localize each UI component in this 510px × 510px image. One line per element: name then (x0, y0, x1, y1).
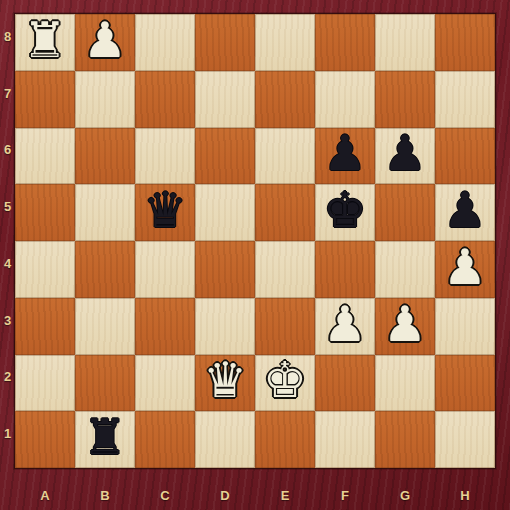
square-h1[interactable] (435, 411, 495, 468)
black-pawn[interactable]: ♟ (443, 186, 487, 235)
square-a6[interactable] (15, 128, 75, 185)
square-h7[interactable] (435, 71, 495, 128)
file-label-h: H (435, 468, 495, 510)
square-d8[interactable] (195, 14, 255, 71)
square-h6[interactable] (435, 128, 495, 185)
white-queen[interactable]: ♛ (203, 356, 247, 405)
square-g8[interactable] (375, 14, 435, 71)
square-c3[interactable] (135, 298, 195, 355)
board-frame: 8 7 6 5 4 3 2 1 ♜ ♟ ♟ ♟ (0, 0, 510, 510)
square-e7[interactable] (255, 71, 315, 128)
square-e5[interactable] (255, 184, 315, 241)
square-b3[interactable] (75, 298, 135, 355)
square-a1[interactable] (15, 411, 75, 468)
rank-label-6: 6 (0, 122, 15, 179)
square-b4[interactable] (75, 241, 135, 298)
square-f3[interactable]: ♟ (315, 298, 375, 355)
black-rook[interactable]: ♜ (83, 413, 127, 462)
square-c1[interactable] (135, 411, 195, 468)
square-d1[interactable] (195, 411, 255, 468)
square-b7[interactable] (75, 71, 135, 128)
file-label-d: D (195, 468, 255, 510)
square-h5[interactable]: ♟ (435, 184, 495, 241)
square-f1[interactable] (315, 411, 375, 468)
square-g5[interactable] (375, 184, 435, 241)
rank-label-4: 4 (0, 235, 15, 292)
square-c6[interactable] (135, 128, 195, 185)
square-b5[interactable] (75, 184, 135, 241)
square-f7[interactable] (315, 71, 375, 128)
square-h8[interactable] (435, 14, 495, 71)
chess-board: ♜ ♟ ♟ ♟ ♛ ♚ ♟ (15, 14, 495, 468)
black-king[interactable]: ♚ (323, 186, 367, 235)
square-d6[interactable] (195, 128, 255, 185)
square-f5[interactable]: ♚ (315, 184, 375, 241)
file-labels: A B C D E F G H (15, 468, 495, 510)
rank-label-5: 5 (0, 178, 15, 235)
square-f8[interactable] (315, 14, 375, 71)
square-g3[interactable]: ♟ (375, 298, 435, 355)
square-g4[interactable] (375, 241, 435, 298)
white-pawn[interactable]: ♟ (443, 243, 487, 292)
square-b8[interactable]: ♟ (75, 14, 135, 71)
rank-label-1: 1 (0, 405, 15, 462)
file-label-a: A (15, 468, 75, 510)
square-d2[interactable]: ♛ (195, 355, 255, 412)
square-g6[interactable]: ♟ (375, 128, 435, 185)
square-a5[interactable] (15, 184, 75, 241)
rank-label-3: 3 (0, 292, 15, 349)
square-d5[interactable] (195, 184, 255, 241)
square-h2[interactable] (435, 355, 495, 412)
square-e6[interactable] (255, 128, 315, 185)
square-g1[interactable] (375, 411, 435, 468)
square-b6[interactable] (75, 128, 135, 185)
square-c8[interactable] (135, 14, 195, 71)
white-pawn[interactable]: ♟ (323, 300, 367, 349)
black-pawn[interactable]: ♟ (383, 129, 427, 178)
square-g2[interactable] (375, 355, 435, 412)
black-pawn[interactable]: ♟ (323, 129, 367, 178)
square-a3[interactable] (15, 298, 75, 355)
square-d4[interactable] (195, 241, 255, 298)
file-label-f: F (315, 468, 375, 510)
square-d7[interactable] (195, 71, 255, 128)
square-e8[interactable] (255, 14, 315, 71)
rank-label-8: 8 (0, 8, 15, 65)
square-c2[interactable] (135, 355, 195, 412)
square-a4[interactable] (15, 241, 75, 298)
rank-label-2: 2 (0, 349, 15, 406)
rank-label-7: 7 (0, 65, 15, 122)
square-e4[interactable] (255, 241, 315, 298)
square-a8[interactable]: ♜ (15, 14, 75, 71)
rank-labels: 8 7 6 5 4 3 2 1 (0, 14, 15, 468)
square-e2[interactable]: ♚ (255, 355, 315, 412)
white-pawn[interactable]: ♟ (83, 16, 127, 65)
white-rook[interactable]: ♜ (23, 16, 67, 65)
square-f2[interactable] (315, 355, 375, 412)
square-a2[interactable] (15, 355, 75, 412)
square-e3[interactable] (255, 298, 315, 355)
square-b2[interactable] (75, 355, 135, 412)
square-c7[interactable] (135, 71, 195, 128)
square-a7[interactable] (15, 71, 75, 128)
file-label-b: B (75, 468, 135, 510)
file-label-g: G (375, 468, 435, 510)
white-king[interactable]: ♚ (263, 356, 307, 405)
square-c4[interactable] (135, 241, 195, 298)
square-b1[interactable]: ♜ (75, 411, 135, 468)
white-pawn[interactable]: ♟ (383, 300, 427, 349)
black-queen[interactable]: ♛ (143, 186, 187, 235)
square-d3[interactable] (195, 298, 255, 355)
file-label-e: E (255, 468, 315, 510)
square-f6[interactable]: ♟ (315, 128, 375, 185)
square-h3[interactable] (435, 298, 495, 355)
square-g7[interactable] (375, 71, 435, 128)
square-e1[interactable] (255, 411, 315, 468)
square-h4[interactable]: ♟ (435, 241, 495, 298)
file-label-c: C (135, 468, 195, 510)
square-f4[interactable] (315, 241, 375, 298)
square-c5[interactable]: ♛ (135, 184, 195, 241)
